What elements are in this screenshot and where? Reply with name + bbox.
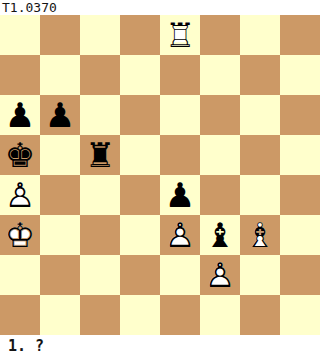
puzzle-title: T1.0370	[2, 0, 57, 15]
square-f8[interactable]	[200, 15, 240, 55]
square-d4[interactable]	[120, 175, 160, 215]
square-f6[interactable]	[200, 95, 240, 135]
square-h3[interactable]	[280, 215, 320, 255]
black-bishop-icon: ♝	[200, 215, 240, 255]
white-rook-icon: ♜♖	[160, 15, 200, 55]
square-e7[interactable]	[160, 55, 200, 95]
square-f1[interactable]	[200, 295, 240, 335]
square-f3[interactable]: ♝	[200, 215, 240, 255]
square-b8[interactable]	[40, 15, 80, 55]
square-c1[interactable]	[80, 295, 120, 335]
square-g1[interactable]	[240, 295, 280, 335]
square-c6[interactable]	[80, 95, 120, 135]
black-pawn-icon: ♟	[40, 95, 80, 135]
white-king-icon: ♚♔	[0, 215, 40, 255]
square-d1[interactable]	[120, 295, 160, 335]
square-h2[interactable]	[280, 255, 320, 295]
square-h6[interactable]	[280, 95, 320, 135]
white-bishop-icon: ♝♗	[240, 215, 280, 255]
white-pawn-icon: ♟♙	[200, 255, 240, 295]
square-g2[interactable]	[240, 255, 280, 295]
square-d6[interactable]	[120, 95, 160, 135]
square-h5[interactable]	[280, 135, 320, 175]
square-d7[interactable]	[120, 55, 160, 95]
square-d3[interactable]	[120, 215, 160, 255]
square-c5[interactable]: ♜	[80, 135, 120, 175]
square-a6[interactable]: ♟	[0, 95, 40, 135]
chess-board: ♜♖♟♟♚♜♟♙♟♚♔♟♙♝♝♗♟♙	[0, 15, 320, 335]
square-g4[interactable]	[240, 175, 280, 215]
square-b6[interactable]: ♟	[40, 95, 80, 135]
square-e4[interactable]: ♟	[160, 175, 200, 215]
square-c8[interactable]	[80, 15, 120, 55]
black-pawn-icon: ♟	[0, 95, 40, 135]
square-b3[interactable]	[40, 215, 80, 255]
square-a3[interactable]: ♚♔	[0, 215, 40, 255]
square-a5[interactable]: ♚	[0, 135, 40, 175]
square-f5[interactable]	[200, 135, 240, 175]
square-a7[interactable]	[0, 55, 40, 95]
square-f2[interactable]: ♟♙	[200, 255, 240, 295]
square-e5[interactable]	[160, 135, 200, 175]
square-a8[interactable]	[0, 15, 40, 55]
square-d5[interactable]	[120, 135, 160, 175]
move-prompt: 1. ?	[8, 337, 44, 355]
square-g3[interactable]: ♝♗	[240, 215, 280, 255]
square-b7[interactable]	[40, 55, 80, 95]
square-c2[interactable]	[80, 255, 120, 295]
square-h4[interactable]	[280, 175, 320, 215]
square-a4[interactable]: ♟♙	[0, 175, 40, 215]
square-c7[interactable]	[80, 55, 120, 95]
square-b4[interactable]	[40, 175, 80, 215]
white-pawn-icon: ♟♙	[0, 175, 40, 215]
black-king-icon: ♚	[0, 135, 40, 175]
square-e1[interactable]	[160, 295, 200, 335]
square-a1[interactable]	[0, 295, 40, 335]
square-b1[interactable]	[40, 295, 80, 335]
square-g7[interactable]	[240, 55, 280, 95]
square-c3[interactable]	[80, 215, 120, 255]
square-g6[interactable]	[240, 95, 280, 135]
black-rook-icon: ♜	[80, 135, 120, 175]
square-e8[interactable]: ♜♖	[160, 15, 200, 55]
square-g8[interactable]	[240, 15, 280, 55]
square-c4[interactable]	[80, 175, 120, 215]
square-f4[interactable]	[200, 175, 240, 215]
square-g5[interactable]	[240, 135, 280, 175]
square-e3[interactable]: ♟♙	[160, 215, 200, 255]
square-h7[interactable]	[280, 55, 320, 95]
square-d8[interactable]	[120, 15, 160, 55]
square-d2[interactable]	[120, 255, 160, 295]
square-a2[interactable]	[0, 255, 40, 295]
square-e6[interactable]	[160, 95, 200, 135]
square-h1[interactable]	[280, 295, 320, 335]
square-f7[interactable]	[200, 55, 240, 95]
black-pawn-icon: ♟	[160, 175, 200, 215]
square-h8[interactable]	[280, 15, 320, 55]
square-b5[interactable]	[40, 135, 80, 175]
square-e2[interactable]	[160, 255, 200, 295]
white-pawn-icon: ♟♙	[160, 215, 200, 255]
square-b2[interactable]	[40, 255, 80, 295]
